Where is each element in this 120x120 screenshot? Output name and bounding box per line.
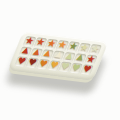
tray-cell-r1-c7: ★ <box>88 44 102 54</box>
triangle-piece: ▲ <box>76 53 85 61</box>
tray-grid: ★★★★★★★▲▲▲▲▲▲★♥♥♥♥♥♥♥ <box>14 36 101 75</box>
tray-cell-r2-c7: ★ <box>84 54 98 65</box>
star-piece: ★ <box>89 44 102 54</box>
triangle-piece: ▲ <box>54 51 63 59</box>
triangle-piece: ▲ <box>65 52 74 60</box>
triangle-piece: ▲ <box>32 48 41 56</box>
heart-piece: ♥ <box>81 65 93 75</box>
tray-cell-r3-c7: ♥ <box>80 65 94 76</box>
star-piece: ★ <box>85 54 98 64</box>
triangle-piece: ▲ <box>43 49 52 57</box>
triangle-piece: ▲ <box>21 47 30 55</box>
photo-scene: ★★★★★★★▲▲▲▲▲▲★♥♥♥♥♥♥♥ <box>0 0 120 120</box>
